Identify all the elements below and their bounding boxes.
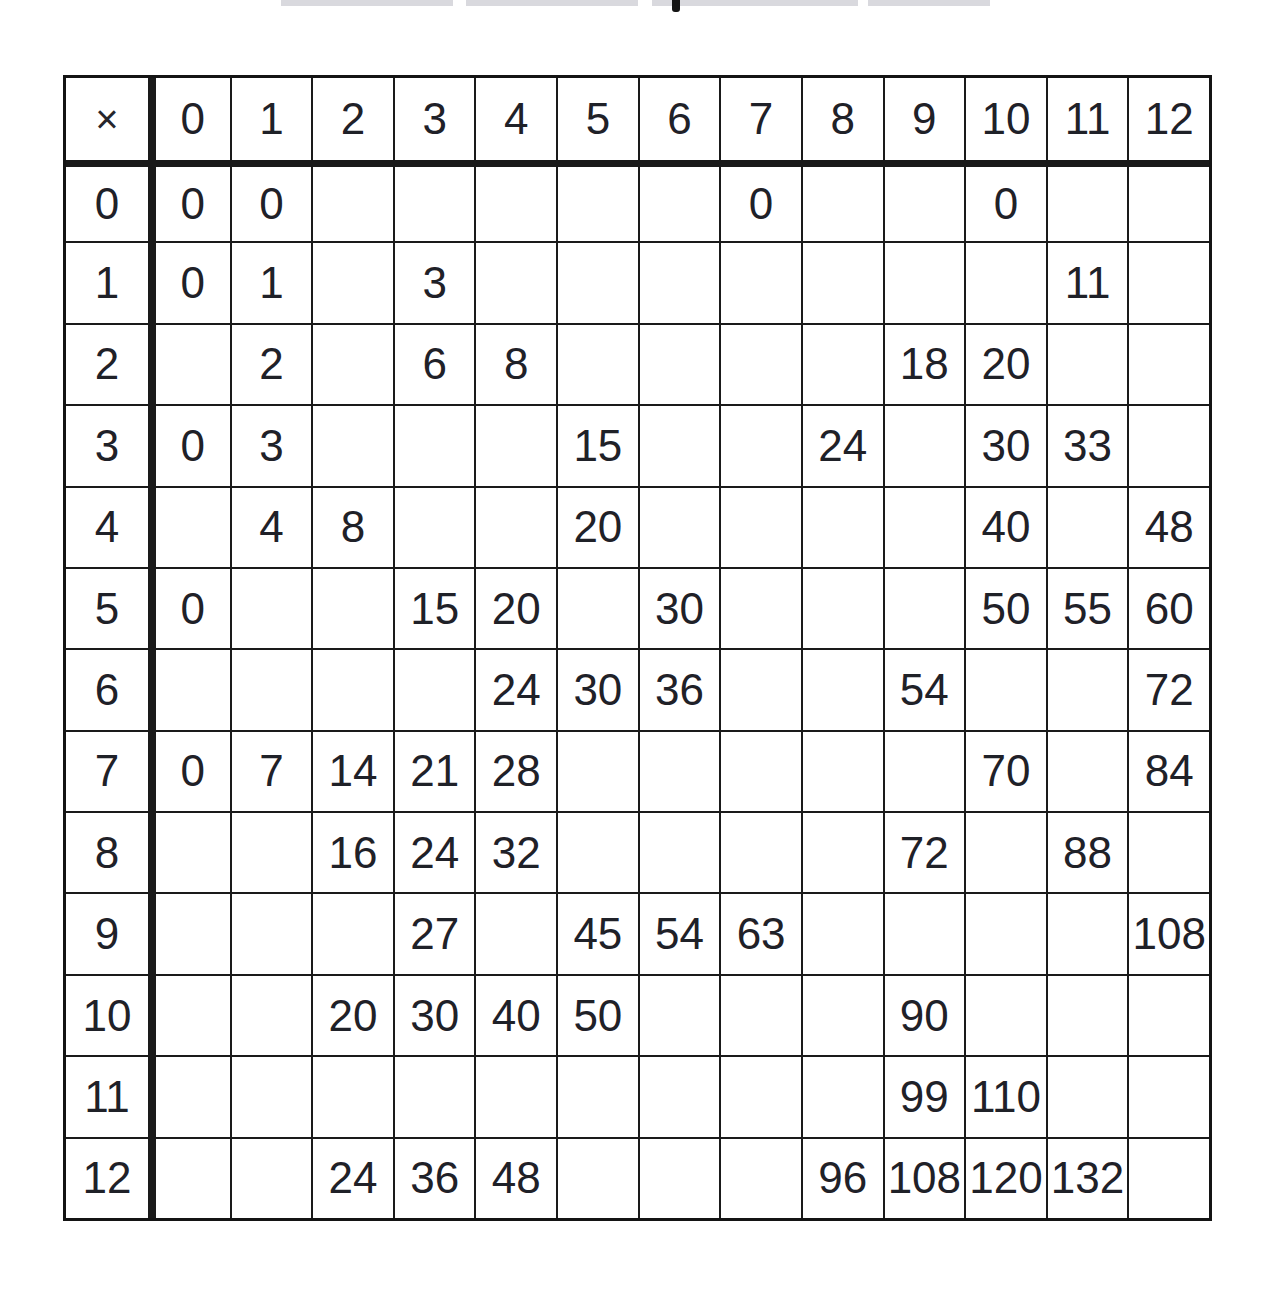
cell-11-8 xyxy=(801,1055,883,1136)
col-header-3: 3 xyxy=(393,78,475,160)
cell-2-9: 18 xyxy=(883,323,965,404)
cell-7-11 xyxy=(1046,730,1128,811)
cell-11-12 xyxy=(1127,1055,1209,1136)
cell-11-0 xyxy=(148,1055,230,1136)
cell-4-3 xyxy=(393,486,475,567)
cell-3-1: 3 xyxy=(230,404,312,485)
cropped-title-remnant xyxy=(652,0,858,6)
cell-12-7 xyxy=(719,1137,801,1218)
cell-5-7 xyxy=(719,567,801,648)
col-header-6: 6 xyxy=(638,78,720,160)
col-header-4: 4 xyxy=(474,78,556,160)
cell-9-7: 63 xyxy=(719,892,801,973)
cell-1-8 xyxy=(801,241,883,322)
cell-10-2: 20 xyxy=(311,974,393,1055)
col-header-7: 7 xyxy=(719,78,801,160)
cell-4-4 xyxy=(474,486,556,567)
cell-3-3 xyxy=(393,404,475,485)
cell-7-2: 14 xyxy=(311,730,393,811)
cell-12-10: 120 xyxy=(964,1137,1046,1218)
cell-8-5 xyxy=(556,811,638,892)
cell-1-4 xyxy=(474,241,556,322)
cell-6-4: 24 xyxy=(474,648,556,729)
cell-10-8 xyxy=(801,974,883,1055)
cell-12-4: 48 xyxy=(474,1137,556,1218)
cell-5-12: 60 xyxy=(1127,567,1209,648)
cell-11-3 xyxy=(393,1055,475,1136)
cell-8-4: 32 xyxy=(474,811,556,892)
row-header-6: 6 xyxy=(66,648,148,729)
cell-0-10: 0 xyxy=(964,160,1046,241)
cropped-title-remnant xyxy=(868,0,990,6)
cell-3-11: 33 xyxy=(1046,404,1128,485)
cell-0-0: 0 xyxy=(148,160,230,241)
cell-0-3 xyxy=(393,160,475,241)
cell-7-10: 70 xyxy=(964,730,1046,811)
cell-8-0 xyxy=(148,811,230,892)
cell-9-12: 108 xyxy=(1127,892,1209,973)
cell-4-6 xyxy=(638,486,720,567)
cell-12-3: 36 xyxy=(393,1137,475,1218)
row-header-12: 12 xyxy=(66,1137,148,1218)
cell-0-12 xyxy=(1127,160,1209,241)
cell-6-0 xyxy=(148,648,230,729)
cell-9-3: 27 xyxy=(393,892,475,973)
cell-0-5 xyxy=(556,160,638,241)
cell-6-10 xyxy=(964,648,1046,729)
cell-3-0: 0 xyxy=(148,404,230,485)
cell-1-2 xyxy=(311,241,393,322)
cell-11-5 xyxy=(556,1055,638,1136)
cell-5-5 xyxy=(556,567,638,648)
row-header-9: 9 xyxy=(66,892,148,973)
cell-8-2: 16 xyxy=(311,811,393,892)
cell-10-9: 90 xyxy=(883,974,965,1055)
cell-2-2 xyxy=(311,323,393,404)
cell-4-12: 48 xyxy=(1127,486,1209,567)
row-header-10: 10 xyxy=(66,974,148,1055)
cell-5-8 xyxy=(801,567,883,648)
cell-2-5 xyxy=(556,323,638,404)
cell-11-1 xyxy=(230,1055,312,1136)
cell-5-4: 20 xyxy=(474,567,556,648)
cell-11-2 xyxy=(311,1055,393,1136)
cell-1-12 xyxy=(1127,241,1209,322)
cell-6-7 xyxy=(719,648,801,729)
cell-12-5 xyxy=(556,1137,638,1218)
cell-0-11 xyxy=(1046,160,1128,241)
cell-1-3: 3 xyxy=(393,241,475,322)
cell-3-7 xyxy=(719,404,801,485)
cell-3-2 xyxy=(311,404,393,485)
cell-11-10: 110 xyxy=(964,1055,1046,1136)
cell-2-8 xyxy=(801,323,883,404)
cell-8-10 xyxy=(964,811,1046,892)
cell-6-2 xyxy=(311,648,393,729)
cell-3-8: 24 xyxy=(801,404,883,485)
col-header-0: 0 xyxy=(148,78,230,160)
cell-3-10: 30 xyxy=(964,404,1046,485)
times-symbol: × xyxy=(66,78,148,160)
cell-12-9: 108 xyxy=(883,1137,965,1218)
cell-9-9 xyxy=(883,892,965,973)
cell-2-10: 20 xyxy=(964,323,1046,404)
cell-2-4: 8 xyxy=(474,323,556,404)
cell-5-9 xyxy=(883,567,965,648)
row-header-2: 2 xyxy=(66,323,148,404)
row-header-4: 4 xyxy=(66,486,148,567)
cell-8-6 xyxy=(638,811,720,892)
cell-11-11 xyxy=(1046,1055,1128,1136)
cell-2-6 xyxy=(638,323,720,404)
col-header-11: 11 xyxy=(1046,78,1128,160)
cell-5-6: 30 xyxy=(638,567,720,648)
cell-10-6 xyxy=(638,974,720,1055)
cell-12-0 xyxy=(148,1137,230,1218)
cell-10-0 xyxy=(148,974,230,1055)
cell-3-4 xyxy=(474,404,556,485)
cell-11-6 xyxy=(638,1055,720,1136)
row-header-8: 8 xyxy=(66,811,148,892)
cell-3-12 xyxy=(1127,404,1209,485)
cropped-title-remnant xyxy=(466,0,638,6)
col-header-12: 12 xyxy=(1127,78,1209,160)
cell-12-1 xyxy=(230,1137,312,1218)
row-header-11: 11 xyxy=(66,1055,148,1136)
cell-7-1: 7 xyxy=(230,730,312,811)
cell-8-7 xyxy=(719,811,801,892)
cell-9-10 xyxy=(964,892,1046,973)
cell-2-7 xyxy=(719,323,801,404)
col-header-9: 9 xyxy=(883,78,965,160)
cell-12-2: 24 xyxy=(311,1137,393,1218)
cell-7-8 xyxy=(801,730,883,811)
cell-4-0 xyxy=(148,486,230,567)
cell-9-6: 54 xyxy=(638,892,720,973)
cell-1-9 xyxy=(883,241,965,322)
cell-2-0 xyxy=(148,323,230,404)
cell-4-9 xyxy=(883,486,965,567)
cell-10-1 xyxy=(230,974,312,1055)
cell-4-10: 40 xyxy=(964,486,1046,567)
cell-4-7 xyxy=(719,486,801,567)
row-header-3: 3 xyxy=(66,404,148,485)
cell-6-11 xyxy=(1046,648,1128,729)
cell-10-11 xyxy=(1046,974,1128,1055)
cell-10-12 xyxy=(1127,974,1209,1055)
cell-5-1 xyxy=(230,567,312,648)
col-header-1: 1 xyxy=(230,78,312,160)
cell-1-1: 1 xyxy=(230,241,312,322)
col-header-8: 8 xyxy=(801,78,883,160)
cropped-title-remnant xyxy=(281,0,453,6)
cell-10-10 xyxy=(964,974,1046,1055)
col-header-10: 10 xyxy=(964,78,1046,160)
cell-0-9 xyxy=(883,160,965,241)
cell-10-4: 40 xyxy=(474,974,556,1055)
cell-1-10 xyxy=(964,241,1046,322)
cell-6-6: 36 xyxy=(638,648,720,729)
cell-12-12 xyxy=(1127,1137,1209,1218)
cell-6-1 xyxy=(230,648,312,729)
cell-3-6 xyxy=(638,404,720,485)
cell-5-11: 55 xyxy=(1046,567,1128,648)
cell-0-4 xyxy=(474,160,556,241)
cell-12-6 xyxy=(638,1137,720,1218)
cell-8-8 xyxy=(801,811,883,892)
cell-11-7 xyxy=(719,1055,801,1136)
cell-9-11 xyxy=(1046,892,1128,973)
cell-0-2 xyxy=(311,160,393,241)
multiplication-table-grid: ×012345678910111200000101311226818203031… xyxy=(63,75,1212,1221)
cell-4-2: 8 xyxy=(311,486,393,567)
cell-10-7 xyxy=(719,974,801,1055)
cell-6-12: 72 xyxy=(1127,648,1209,729)
cell-11-9: 99 xyxy=(883,1055,965,1136)
cell-9-4 xyxy=(474,892,556,973)
cell-0-6 xyxy=(638,160,720,241)
cell-1-7 xyxy=(719,241,801,322)
cell-1-0: 0 xyxy=(148,241,230,322)
cell-7-4: 28 xyxy=(474,730,556,811)
cell-2-1: 2 xyxy=(230,323,312,404)
cell-5-2 xyxy=(311,567,393,648)
cell-7-7 xyxy=(719,730,801,811)
cell-4-11 xyxy=(1046,486,1128,567)
cell-8-9: 72 xyxy=(883,811,965,892)
cell-7-6 xyxy=(638,730,720,811)
cell-7-0: 0 xyxy=(148,730,230,811)
row-header-0: 0 xyxy=(66,160,148,241)
cell-6-9: 54 xyxy=(883,648,965,729)
cell-4-5: 20 xyxy=(556,486,638,567)
cell-0-7: 0 xyxy=(719,160,801,241)
cell-1-6 xyxy=(638,241,720,322)
cell-9-2 xyxy=(311,892,393,973)
cell-2-3: 6 xyxy=(393,323,475,404)
cell-8-11: 88 xyxy=(1046,811,1128,892)
cell-5-3: 15 xyxy=(393,567,475,648)
cell-8-12 xyxy=(1127,811,1209,892)
cell-10-5: 50 xyxy=(556,974,638,1055)
cell-7-5 xyxy=(556,730,638,811)
cell-8-3: 24 xyxy=(393,811,475,892)
cell-5-10: 50 xyxy=(964,567,1046,648)
row-header-5: 5 xyxy=(66,567,148,648)
cell-9-0 xyxy=(148,892,230,973)
cell-8-1 xyxy=(230,811,312,892)
cell-9-8 xyxy=(801,892,883,973)
row-header-1: 1 xyxy=(66,241,148,322)
cell-7-9 xyxy=(883,730,965,811)
cell-2-12 xyxy=(1127,323,1209,404)
col-header-5: 5 xyxy=(556,78,638,160)
col-header-2: 2 xyxy=(311,78,393,160)
cell-1-5 xyxy=(556,241,638,322)
cell-3-9 xyxy=(883,404,965,485)
row-header-7: 7 xyxy=(66,730,148,811)
cell-6-5: 30 xyxy=(556,648,638,729)
cell-6-8 xyxy=(801,648,883,729)
cell-7-12: 84 xyxy=(1127,730,1209,811)
cell-2-11 xyxy=(1046,323,1128,404)
cell-10-3: 30 xyxy=(393,974,475,1055)
cell-0-1: 0 xyxy=(230,160,312,241)
cell-4-1: 4 xyxy=(230,486,312,567)
cell-7-3: 21 xyxy=(393,730,475,811)
cell-9-1 xyxy=(230,892,312,973)
cell-9-5: 45 xyxy=(556,892,638,973)
cell-6-3 xyxy=(393,648,475,729)
cell-12-8: 96 xyxy=(801,1137,883,1218)
cell-11-4 xyxy=(474,1055,556,1136)
cell-4-8 xyxy=(801,486,883,567)
cell-0-8 xyxy=(801,160,883,241)
cell-1-11: 11 xyxy=(1046,241,1128,322)
cell-5-0: 0 xyxy=(148,567,230,648)
cell-3-5: 15 xyxy=(556,404,638,485)
cell-12-11: 132 xyxy=(1046,1137,1128,1218)
cropped-title-remnant xyxy=(672,0,680,12)
